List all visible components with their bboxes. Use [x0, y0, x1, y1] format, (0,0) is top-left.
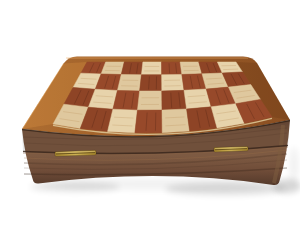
- board-square: [162, 90, 187, 110]
- board-square: [121, 62, 143, 75]
- board-square: [113, 90, 140, 110]
- board-square: [137, 91, 162, 110]
- board-square: [162, 109, 190, 133]
- board-square: [108, 109, 138, 133]
- chess-box-photo: [0, 0, 300, 232]
- board-square: [162, 74, 184, 91]
- board-square: [162, 62, 182, 75]
- board-square: [117, 74, 141, 91]
- photo-stage: [0, 0, 300, 232]
- board-square: [141, 62, 161, 75]
- checkerboard: [53, 62, 272, 134]
- board-square: [140, 75, 162, 91]
- board-square: [180, 62, 202, 74]
- board-square: [135, 110, 162, 133]
- hinge-right-icon: [214, 146, 248, 152]
